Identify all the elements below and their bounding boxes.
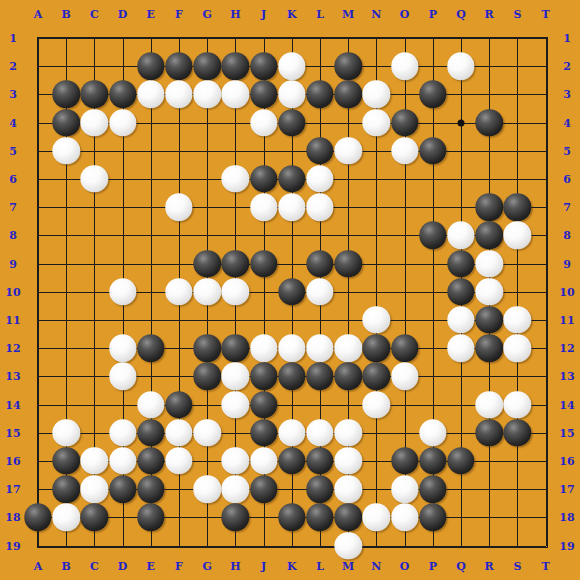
col-label-bottom-K: K (287, 560, 297, 573)
row-label-left-15: 15 (5, 426, 20, 439)
col-label-top-J: J (261, 8, 266, 21)
col-label-top-L: L (316, 8, 324, 21)
row-label-right-16: 16 (559, 455, 574, 468)
row-label-right-12: 12 (559, 342, 574, 355)
row-label-left-17: 17 (5, 483, 20, 496)
row-label-right-15: 15 (559, 426, 574, 439)
row-label-left-9: 9 (9, 257, 17, 270)
row-label-right-10: 10 (559, 285, 574, 298)
row-label-right-7: 7 (563, 201, 571, 214)
row-label-right-18: 18 (559, 511, 574, 524)
row-label-left-13: 13 (5, 370, 20, 383)
row-label-right-3: 3 (563, 88, 571, 101)
row-label-right-8: 8 (563, 229, 571, 242)
row-label-left-7: 7 (9, 201, 17, 214)
row-label-left-6: 6 (9, 173, 17, 186)
col-label-bottom-G: G (202, 560, 211, 573)
row-label-right-17: 17 (559, 483, 574, 496)
row-label-right-14: 14 (559, 398, 574, 411)
col-label-top-O: O (400, 8, 410, 21)
col-label-top-T: T (542, 8, 550, 21)
row-label-right-6: 6 (563, 173, 571, 186)
col-label-bottom-A: A (34, 560, 43, 573)
col-label-bottom-O: O (400, 560, 410, 573)
col-label-bottom-J: J (261, 560, 266, 573)
col-label-top-R: R (485, 8, 494, 21)
col-label-top-P: P (429, 8, 437, 21)
row-label-right-1: 1 (563, 32, 571, 45)
go-board: ABCDEFGHJKLMNOPQRST ABCDEFGHJKLMNOPQRST … (0, 0, 580, 580)
row-label-left-11: 11 (5, 314, 20, 327)
white-stone-M19[interactable] (334, 532, 361, 559)
col-label-top-G: G (202, 8, 211, 21)
row-label-left-2: 2 (9, 60, 17, 73)
col-label-top-F: F (175, 8, 183, 21)
col-label-top-S: S (513, 8, 521, 21)
row-label-right-4: 4 (563, 116, 571, 129)
star-point-Q4 (458, 119, 465, 126)
col-label-top-E: E (147, 8, 155, 21)
col-label-bottom-Q: Q (456, 560, 466, 573)
row-label-right-9: 9 (563, 257, 571, 270)
row-label-left-16: 16 (5, 455, 20, 468)
col-label-top-N: N (371, 8, 381, 21)
row-label-left-4: 4 (9, 116, 17, 129)
col-label-bottom-P: P (429, 560, 437, 573)
row-label-left-5: 5 (9, 144, 17, 157)
col-label-bottom-E: E (147, 560, 155, 573)
row-label-left-12: 12 (5, 342, 20, 355)
row-label-left-14: 14 (5, 398, 20, 411)
col-label-top-A: A (34, 8, 43, 21)
row-label-left-3: 3 (9, 88, 17, 101)
row-label-left-1: 1 (9, 32, 17, 45)
row-label-right-19: 19 (559, 539, 574, 552)
col-label-top-C: C (90, 8, 99, 21)
col-label-bottom-S: S (513, 560, 521, 573)
col-label-top-M: M (342, 8, 354, 21)
row-label-left-18: 18 (5, 511, 20, 524)
col-label-bottom-N: N (371, 560, 381, 573)
col-label-bottom-D: D (118, 560, 128, 573)
row-label-left-19: 19 (5, 539, 20, 552)
col-label-top-Q: Q (456, 8, 466, 21)
col-label-bottom-L: L (316, 560, 324, 573)
row-label-left-8: 8 (9, 229, 17, 242)
col-label-top-B: B (62, 8, 71, 21)
col-label-bottom-B: B (62, 560, 71, 573)
row-label-left-10: 10 (5, 285, 20, 298)
row-label-right-5: 5 (563, 144, 571, 157)
row-label-right-11: 11 (559, 314, 574, 327)
col-label-bottom-C: C (90, 560, 99, 573)
row-label-right-2: 2 (563, 60, 571, 73)
col-label-top-D: D (118, 8, 128, 21)
col-label-top-K: K (287, 8, 297, 21)
col-label-bottom-T: T (542, 560, 550, 573)
col-label-top-H: H (230, 8, 240, 21)
row-label-right-13: 13 (559, 370, 574, 383)
col-label-bottom-F: F (175, 560, 183, 573)
col-label-bottom-H: H (230, 560, 240, 573)
col-label-bottom-M: M (342, 560, 354, 573)
col-label-bottom-R: R (485, 560, 494, 573)
